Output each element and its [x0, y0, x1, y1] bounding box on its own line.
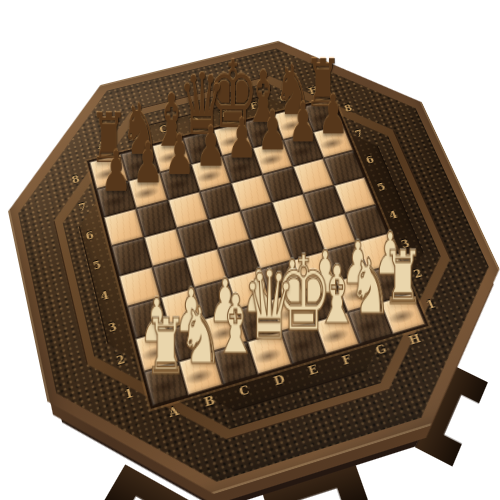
black-pawn-glyph: ♟ [133, 138, 164, 191]
black-pawn-glyph: ♟ [288, 98, 318, 150]
photo-framing: AABBCCDDEEFFGGHH8877665544332211 ♜♞♝♛♚♝♞… [0, 0, 500, 500]
chess-board: AABBCCDDEEFFGGHH8877665544332211 ♜♞♝♛♚♝♞… [0, 15, 500, 500]
black-pawn-glyph: ♟ [164, 129, 195, 182]
chess-set-photo: AABBCCDDEEFFGGHH8877665544332211 ♜♞♝♛♚♝♞… [0, 0, 500, 500]
black-pawn-glyph: ♟ [257, 105, 287, 157]
black-pawn-glyph: ♟ [227, 113, 257, 165]
black-pawn-glyph: ♟ [101, 146, 132, 199]
black-pawn-glyph: ♟ [318, 90, 348, 141]
white-rook-glyph: ♜ [145, 311, 187, 383]
perspective-scene: AABBCCDDEEFFGGHH8877665544332211 ♜♞♝♛♚♝♞… [0, 0, 500, 500]
black-pawn-glyph: ♟ [196, 121, 226, 173]
